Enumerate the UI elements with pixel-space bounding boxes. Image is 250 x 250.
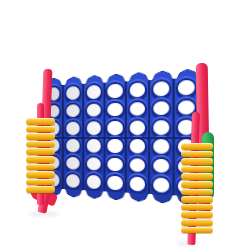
empty-hole (66, 86, 79, 100)
board-cell (64, 102, 82, 120)
board-cell (64, 137, 82, 155)
empty-hole (108, 139, 123, 153)
empty-hole (130, 139, 145, 153)
empty-hole (66, 104, 79, 117)
yellow-disc-ring (181, 143, 213, 150)
board-cell (127, 137, 148, 156)
right-ring-stack (180, 112, 214, 247)
board-cell (150, 156, 172, 176)
board-middle-seam (44, 137, 200, 139)
yellow-disc-ring (26, 118, 55, 125)
yellow-disc-ring (26, 186, 55, 193)
board-cell (64, 84, 82, 102)
board-cell (84, 172, 103, 191)
empty-hole (66, 122, 79, 135)
board-cell (105, 137, 125, 156)
empty-hole (154, 159, 170, 174)
board-cell (127, 80, 148, 100)
yellow-disc-ring (181, 227, 213, 234)
right-stack-rings (180, 143, 214, 233)
yellow-disc-ring (26, 156, 55, 163)
yellow-disc-ring (26, 164, 55, 171)
board-cell (175, 77, 198, 98)
empty-hole (154, 178, 170, 193)
yellow-disc-ring (181, 189, 213, 196)
yellow-disc-ring (181, 173, 213, 180)
board-cell (150, 98, 172, 118)
board-cell (105, 100, 125, 119)
empty-hole (108, 158, 123, 172)
empty-hole (154, 101, 170, 116)
left-stack-rings (25, 118, 56, 193)
empty-hole (66, 174, 79, 188)
empty-hole (66, 157, 79, 170)
empty-hole (108, 84, 123, 98)
empty-hole (178, 80, 195, 95)
empty-hole (86, 139, 100, 152)
board-cell (127, 118, 148, 137)
empty-hole (108, 102, 123, 116)
yellow-disc-ring (26, 148, 55, 155)
yellow-disc-ring (26, 171, 55, 178)
board-cell (64, 119, 82, 137)
board-cell (127, 174, 148, 194)
yellow-disc-ring (26, 179, 55, 186)
board-grid (44, 77, 200, 197)
board-cell (84, 155, 103, 173)
board-cell (150, 137, 172, 156)
empty-hole (130, 83, 145, 98)
board-cell (127, 99, 148, 118)
board-cell (150, 118, 172, 137)
empty-hole (154, 81, 170, 96)
board-cell (127, 156, 148, 175)
yellow-disc-ring (181, 158, 213, 165)
board-cell (64, 172, 82, 190)
board-cell (105, 81, 125, 100)
empty-hole (130, 158, 145, 172)
board-cell (105, 173, 125, 192)
empty-hole (86, 121, 100, 134)
board-cell (84, 137, 103, 155)
board-cell (105, 155, 125, 174)
board-cell (64, 154, 82, 172)
empty-hole (108, 121, 123, 135)
empty-hole (154, 120, 170, 134)
yellow-disc-ring (181, 151, 213, 158)
yellow-disc-ring (181, 219, 213, 226)
left-ring-stack (25, 103, 56, 215)
yellow-disc-ring (181, 166, 213, 173)
empty-hole (86, 175, 100, 189)
board-cell (84, 119, 103, 137)
empty-hole (130, 177, 145, 192)
board-cell (84, 83, 103, 102)
empty-hole (108, 176, 123, 190)
empty-hole (86, 103, 100, 117)
board-cell (84, 101, 103, 119)
empty-hole (154, 139, 170, 153)
yellow-disc-ring (26, 133, 55, 140)
empty-hole (130, 121, 145, 135)
yellow-disc-ring (181, 196, 213, 203)
yellow-disc-ring (181, 204, 213, 211)
board-cell (150, 175, 172, 195)
empty-hole (66, 139, 79, 152)
yellow-disc-ring (181, 181, 213, 188)
yellow-disc-ring (26, 141, 55, 148)
board-cell (150, 79, 172, 99)
empty-hole (86, 85, 100, 99)
yellow-disc-ring (181, 211, 213, 218)
empty-hole (86, 157, 100, 171)
yellow-disc-ring (26, 126, 55, 133)
product-photo-stage (0, 0, 250, 250)
empty-hole (130, 102, 145, 116)
connect-four-board (44, 66, 200, 207)
board-cell (105, 118, 125, 137)
